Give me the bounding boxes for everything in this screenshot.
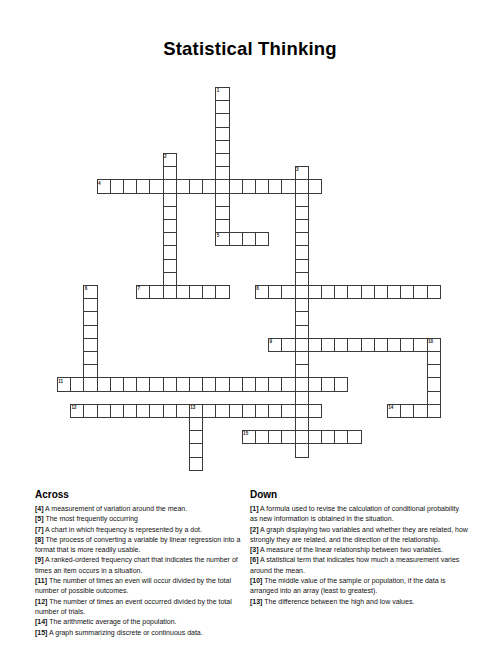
grid-cell-r15c24[interactable] (374, 285, 388, 299)
grid-cell-r24c16[interactable] (268, 404, 282, 418)
clue-item-down-3: [3] A measure of the linear relationship… (250, 545, 468, 555)
grid-cell-r24c19[interactable] (308, 404, 322, 418)
grid-cell-r24c26[interactable] (400, 404, 414, 418)
grid-cell-r24c12[interactable] (215, 404, 229, 418)
grid-cell-r15c9[interactable] (176, 285, 190, 299)
grid-cell-r12c18[interactable] (295, 245, 309, 259)
grid-cell-r11c13[interactable] (229, 232, 243, 246)
grid-cell-r10c18[interactable] (295, 219, 309, 233)
grid-cell-r20c18[interactable] (295, 351, 309, 365)
clue-number-label: [10] (250, 577, 262, 584)
grid-cell-r7c19[interactable] (308, 179, 322, 193)
grid-cell-r22c9[interactable] (176, 377, 190, 391)
grid-cell-r22c15[interactable] (255, 377, 269, 391)
grid-cell-r6c8[interactable] (163, 166, 177, 180)
grid-cell-r15c20[interactable] (321, 285, 335, 299)
grid-cell-r22c18[interactable] (295, 377, 309, 391)
grid-cell-r22c1[interactable] (70, 377, 84, 391)
grid-cell-r15c27[interactable] (413, 285, 427, 299)
clue-item-across-8: [8] The process of converting a variable… (35, 535, 247, 556)
grid-cell-r24c15[interactable] (255, 404, 269, 418)
grid-cell-r15c22[interactable] (347, 285, 361, 299)
clue-number-label: [1] (250, 505, 259, 512)
grid-cell-r27c10[interactable] (189, 443, 203, 457)
grid-cell-r7c9[interactable] (176, 179, 190, 193)
grid-cell-r7c17[interactable] (281, 179, 295, 193)
grid-cell-r19c19[interactable] (308, 338, 322, 352)
clue-number-label: [2] (250, 526, 259, 533)
grid-cell-r26c21[interactable] (334, 430, 348, 444)
grid-cell-r19c25[interactable] (387, 338, 401, 352)
clue-item-down-10: [10] The middle value of the sample or p… (250, 576, 468, 597)
grid-cell-r15c6[interactable] (136, 285, 150, 299)
clue-item-across-4: [4] A measurement of variation around th… (35, 504, 247, 514)
grid-cell-r0c12[interactable] (215, 87, 229, 101)
grid-cell-r15c21[interactable] (334, 285, 348, 299)
grid-cell-r16c18[interactable] (295, 298, 309, 312)
grid-cell-r19c28[interactable] (427, 338, 441, 352)
clue-number-label: [13] (250, 598, 262, 605)
clue-item-across-12: [12] The number of times an event occurr… (35, 597, 247, 618)
grid-cell-r8c18[interactable] (295, 193, 309, 207)
grid-cell-r6c12[interactable] (215, 166, 229, 180)
grid-cell-r7c15[interactable] (255, 179, 269, 193)
grid-cell-r22c14[interactable] (242, 377, 256, 391)
grid-cell-r4c12[interactable] (215, 140, 229, 154)
grid-cell-r23c18[interactable] (295, 391, 309, 405)
grid-cell-r25c10[interactable] (189, 417, 203, 431)
grid-cell-r7c7[interactable] (149, 179, 163, 193)
clue-number-label: [9] (35, 556, 44, 563)
grid-cell-r22c4[interactable] (110, 377, 124, 391)
grid-cell-r22c20[interactable] (321, 377, 335, 391)
grid-cell-r1c12[interactable] (215, 100, 229, 114)
across-header: Across (35, 489, 247, 500)
grid-cell-r15c10[interactable] (189, 285, 203, 299)
grid-cell-r7c4[interactable] (110, 179, 124, 193)
grid-cell-r24c8[interactable] (163, 404, 177, 418)
grid-cell-r15c23[interactable] (361, 285, 375, 299)
grid-cell-r15c25[interactable] (387, 285, 401, 299)
grid-cell-r15c18[interactable] (295, 285, 309, 299)
grid-cell-r15c8[interactable] (163, 285, 177, 299)
grid-cell-r26c16[interactable] (268, 430, 282, 444)
grid-cell-r7c3[interactable] (97, 179, 111, 193)
grid-cell-r15c2[interactable] (83, 285, 97, 299)
grid-cell-r11c18[interactable] (295, 232, 309, 246)
grid-cell-r15c7[interactable] (149, 285, 163, 299)
grid-cell-r7c14[interactable] (242, 179, 256, 193)
clue-item-down-2: [2] A graph displaying two variables and… (250, 525, 468, 546)
grid-cell-r22c2[interactable] (83, 377, 97, 391)
grid-cell-r22c3[interactable] (97, 377, 111, 391)
grid-cell-r19c20[interactable] (321, 338, 335, 352)
clue-number-label: [4] (35, 505, 44, 512)
grid-cell-r24c18[interactable] (295, 404, 309, 418)
grid-cell-r7c8[interactable] (163, 179, 177, 193)
clue-number-label: [14] (35, 618, 47, 625)
grid-cell-r24c3[interactable] (97, 404, 111, 418)
grid-cell-r14c8[interactable] (163, 272, 177, 286)
grid-cell-r6c18[interactable] (295, 166, 309, 180)
grid-cell-r9c18[interactable] (295, 206, 309, 220)
grid-cell-r22c12[interactable] (215, 377, 229, 391)
grid-cell-r25c18[interactable] (295, 417, 309, 431)
grid-cell-r15c17[interactable] (281, 285, 295, 299)
grid-cell-r22c13[interactable] (229, 377, 243, 391)
grid-cell-r19c16[interactable] (268, 338, 282, 352)
grid-cell-r15c11[interactable] (202, 285, 216, 299)
grid-cell-r15c12[interactable] (215, 285, 229, 299)
grid-cell-r24c25[interactable] (387, 404, 401, 418)
grid-cell-r19c24[interactable] (374, 338, 388, 352)
grid-cell-r26c20[interactable] (321, 430, 335, 444)
grid-cell-r26c18[interactable] (295, 430, 309, 444)
grid-cell-r7c13[interactable] (229, 179, 243, 193)
grid-cell-r19c27[interactable] (413, 338, 427, 352)
grid-cell-r15c26[interactable] (400, 285, 414, 299)
grid-cell-r2c12[interactable] (215, 113, 229, 127)
grid-cell-r15c16[interactable] (268, 285, 282, 299)
grid-cell-r21c2[interactable] (83, 364, 97, 378)
grid-cell-r21c18[interactable] (295, 364, 309, 378)
grid-cell-r11c12[interactable] (215, 232, 229, 246)
grid-cell-r24c1[interactable] (70, 404, 84, 418)
grid-cell-r24c14[interactable] (242, 404, 256, 418)
grid-cell-r19c17[interactable] (281, 338, 295, 352)
clue-number-label: [3] (250, 546, 259, 553)
grid-cell-r15c28[interactable] (427, 285, 441, 299)
clue-item-across-7: [7] A chart in which frequency is repres… (35, 525, 247, 535)
grid-cell-r26c19[interactable] (308, 430, 322, 444)
grid-cell-r9c8[interactable] (163, 206, 177, 220)
grid-cell-r11c8[interactable] (163, 232, 177, 246)
grid-cell-r24c7[interactable] (149, 404, 163, 418)
grid-cell-r19c2[interactable] (83, 338, 97, 352)
grid-cell-r7c18[interactable] (295, 179, 309, 193)
grid-cell-r21c28[interactable] (427, 364, 441, 378)
puzzle-title: Statistical Thinking (0, 38, 500, 60)
clue-number-label: [5] (35, 515, 44, 522)
grid-cell-r24c6[interactable] (136, 404, 150, 418)
grid-cell-r28c10[interactable] (189, 457, 203, 471)
grid-cell-r24c27[interactable] (413, 404, 427, 418)
grid-cell-r24c28[interactable] (427, 404, 441, 418)
grid-cell-r24c4[interactable] (110, 404, 124, 418)
grid-cell-r11c14[interactable] (242, 232, 256, 246)
grid-cell-r8c8[interactable] (163, 193, 177, 207)
across-clue-list: [4] A measurement of variation around th… (35, 504, 247, 638)
grid-cell-r16c2[interactable] (83, 298, 97, 312)
grid-cell-r11c15[interactable] (255, 232, 269, 246)
clue-number-label: [8] (35, 536, 44, 543)
grid-cell-r15c15[interactable] (255, 285, 269, 299)
down-header: Down (250, 489, 468, 500)
clue-item-across-11: [11] The number of times an even will oc… (35, 576, 247, 597)
grid-cell-r26c22[interactable] (347, 430, 361, 444)
clue-item-across-5: [5] The most frequently occurring (35, 514, 247, 524)
grid-cell-r22c5[interactable] (123, 377, 137, 391)
grid-cell-r19c23[interactable] (361, 338, 375, 352)
grid-cell-r10c8[interactable] (163, 219, 177, 233)
grid-cell-r22c6[interactable] (136, 377, 150, 391)
grid-cell-r26c10[interactable] (189, 430, 203, 444)
grid-cell-r22c21[interactable] (334, 377, 348, 391)
grid-cell-r22c0[interactable] (57, 377, 71, 391)
grid-cell-r26c15[interactable] (255, 430, 269, 444)
grid-cell-r19c18[interactable] (295, 338, 309, 352)
grid-cell-r20c2[interactable] (83, 351, 97, 365)
clue-number-label: [12] (35, 598, 47, 605)
clue-item-down-6: [6] A statistical term that indicates ho… (250, 555, 468, 576)
grid-cell-r7c11[interactable] (202, 179, 216, 193)
grid-cell-r18c2[interactable] (83, 325, 97, 339)
across-clues: Across [4] A measurement of variation ar… (35, 489, 247, 638)
grid-cell-r7c6[interactable] (136, 179, 150, 193)
grid-cell-r22c8[interactable] (163, 377, 177, 391)
clue-item-across-15: [15] A graph summarizing discrete or con… (35, 628, 247, 638)
grid-cell-r24c9[interactable] (176, 404, 190, 418)
grid-cell-r24c11[interactable] (202, 404, 216, 418)
grid-cell-r22c16[interactable] (268, 377, 282, 391)
grid-cell-r27c18[interactable] (295, 443, 309, 457)
clue-number-label: [11] (35, 577, 47, 584)
grid-cell-r14c18[interactable] (295, 272, 309, 286)
grid-cell-r22c19[interactable] (308, 377, 322, 391)
clue-item-across-9: [9] A ranked-ordered frequency chart tha… (35, 555, 247, 576)
clue-number-label: [15] (35, 629, 47, 636)
grid-cell-r23c28[interactable] (427, 391, 441, 405)
clue-item-down-1: [1] A formula used to revise the calcula… (250, 504, 468, 525)
grid-cell-r10c12[interactable] (215, 219, 229, 233)
grid-cell-r20c28[interactable] (427, 351, 441, 365)
grid-cell-r9c12[interactable] (215, 206, 229, 220)
grid-cell-r7c16[interactable] (268, 179, 282, 193)
grid-cell-r22c28[interactable] (427, 377, 441, 391)
grid-cell-r5c12[interactable] (215, 153, 229, 167)
grid-cell-r19c26[interactable] (400, 338, 414, 352)
grid-cell-r24c13[interactable] (229, 404, 243, 418)
clue-number-label: [7] (35, 526, 44, 533)
grid-cell-r22c7[interactable] (149, 377, 163, 391)
grid-cell-r24c5[interactable] (123, 404, 137, 418)
grid-cell-r15c19[interactable] (308, 285, 322, 299)
clue-item-across-14: [14] The arithmetic average of the popul… (35, 617, 247, 627)
grid-cell-r18c18[interactable] (295, 325, 309, 339)
grid-cell-r24c2[interactable] (83, 404, 97, 418)
clue-number-label: [6] (250, 556, 259, 563)
clue-item-down-13: [13] The difference between the high and… (250, 597, 468, 607)
grid-cell-r17c2[interactable] (83, 311, 97, 325)
grid-cell-r26c14[interactable] (242, 430, 256, 444)
grid-cell-r24c10[interactable] (189, 404, 203, 418)
grid-cell-r22c11[interactable] (202, 377, 216, 391)
down-clue-list: [1] A formula used to revise the calcula… (250, 504, 468, 607)
crossword-page: Statistical Thinking 1234567891011121314… (0, 0, 500, 647)
grid-cell-r22c10[interactable] (189, 377, 203, 391)
grid-cell-r5c8[interactable] (163, 153, 177, 167)
grid-cell-r8c12[interactable] (215, 193, 229, 207)
crossword-grid: 123456789101112131415 (57, 87, 441, 471)
grid-cell-r17c18[interactable] (295, 311, 309, 325)
grid-cell-r7c5[interactable] (123, 179, 137, 193)
grid-cell-r3c12[interactable] (215, 127, 229, 141)
grid-cell-r12c8[interactable] (163, 245, 177, 259)
grid-cell-r13c18[interactable] (295, 259, 309, 273)
grid-cell-r7c10[interactable] (189, 179, 203, 193)
grid-cell-r19c22[interactable] (347, 338, 361, 352)
grid-cell-r22c17[interactable] (281, 377, 295, 391)
grid-cell-r7c12[interactable] (215, 179, 229, 193)
down-clues: Down [1] A formula used to revise the ca… (250, 489, 468, 607)
grid-cell-r24c17[interactable] (281, 404, 295, 418)
grid-cell-r26c17[interactable] (281, 430, 295, 444)
grid-cell-r13c8[interactable] (163, 259, 177, 273)
grid-cell-r19c21[interactable] (334, 338, 348, 352)
